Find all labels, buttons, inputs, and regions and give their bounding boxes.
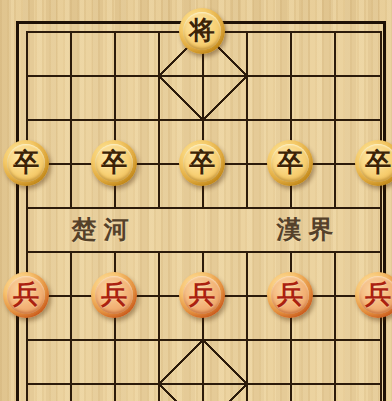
- piece-face: 卒: [359, 144, 392, 182]
- piece-character: 卒: [13, 150, 39, 176]
- marker-corner: [59, 328, 66, 335]
- piece-character: 卒: [365, 150, 391, 176]
- marker-corner: [338, 108, 345, 115]
- piece-character: 兵: [13, 282, 39, 308]
- piece-black-soldier[interactable]: 卒: [267, 140, 313, 186]
- piece-black-soldier[interactable]: 卒: [91, 140, 137, 186]
- piece-red-soldier[interactable]: 兵: [179, 272, 225, 318]
- piece-face: 兵: [95, 276, 133, 314]
- piece-character: 兵: [365, 282, 391, 308]
- position-marker: [323, 108, 345, 130]
- marker-corner: [74, 123, 81, 130]
- board-cell: [248, 385, 292, 401]
- marker-corner: [59, 108, 66, 115]
- piece-face: 卒: [7, 144, 45, 182]
- marker-corner: [59, 123, 66, 130]
- river-label-left: 楚河: [65, 213, 136, 246]
- board-cell: [160, 77, 204, 121]
- board-cell: [160, 385, 204, 401]
- xiangqi-board: 楚河 漢界 将卒卒卒卒卒兵兵兵兵兵: [0, 0, 392, 401]
- marker-corner: [323, 108, 330, 115]
- piece-face: 兵: [7, 276, 45, 314]
- position-marker: [59, 108, 81, 130]
- position-marker: [323, 328, 345, 350]
- piece-red-soldier[interactable]: 兵: [267, 272, 313, 318]
- piece-character: 卒: [101, 150, 127, 176]
- board-cell: [160, 209, 204, 253]
- marker-corner: [323, 328, 330, 335]
- board-cell: [292, 385, 336, 401]
- board-cell: [292, 33, 336, 77]
- piece-character: 兵: [189, 282, 215, 308]
- board-cell: [248, 341, 292, 385]
- piece-red-soldier[interactable]: 兵: [91, 272, 137, 318]
- piece-character: 兵: [101, 282, 127, 308]
- board-cell: [72, 33, 116, 77]
- board-cell: [72, 385, 116, 401]
- position-marker: [59, 328, 81, 350]
- marker-corner: [59, 343, 66, 350]
- piece-face: 兵: [183, 276, 221, 314]
- board-cell: [248, 33, 292, 77]
- piece-character: 卒: [277, 150, 303, 176]
- board-cell: [116, 341, 160, 385]
- piece-character: 卒: [189, 150, 215, 176]
- marker-corner: [338, 343, 345, 350]
- board-cell: [116, 385, 160, 401]
- board-cell: [116, 77, 160, 121]
- marker-corner: [338, 123, 345, 130]
- board-cell: [204, 77, 248, 121]
- piece-black-soldier[interactable]: 卒: [3, 140, 49, 186]
- marker-corner: [74, 108, 81, 115]
- board-cell: [204, 385, 248, 401]
- piece-character: 兵: [277, 282, 303, 308]
- marker-corner: [74, 328, 81, 335]
- piece-face: 将: [183, 12, 221, 50]
- river-label-right: 漢界: [270, 213, 341, 246]
- piece-face: 卒: [271, 144, 309, 182]
- board-cell: [116, 33, 160, 77]
- piece-face: 卒: [183, 144, 221, 182]
- piece-red-soldier[interactable]: 兵: [3, 272, 49, 318]
- piece-black-general[interactable]: 将: [179, 8, 225, 54]
- board-cell: [204, 209, 248, 253]
- board-cell: [336, 385, 380, 401]
- board-cell: [28, 385, 72, 401]
- board-cell: [160, 341, 204, 385]
- marker-corner: [338, 328, 345, 335]
- piece-face: 兵: [359, 276, 392, 314]
- board-cell: [28, 33, 72, 77]
- marker-corner: [323, 123, 330, 130]
- board-cell: [336, 209, 380, 253]
- piece-black-soldier[interactable]: 卒: [179, 140, 225, 186]
- piece-face: 兵: [271, 276, 309, 314]
- board-cell: [248, 77, 292, 121]
- piece-character: 将: [189, 18, 215, 44]
- marker-corner: [323, 343, 330, 350]
- board-cell: [336, 33, 380, 77]
- board-cell: [204, 341, 248, 385]
- piece-face: 卒: [95, 144, 133, 182]
- marker-corner: [74, 343, 81, 350]
